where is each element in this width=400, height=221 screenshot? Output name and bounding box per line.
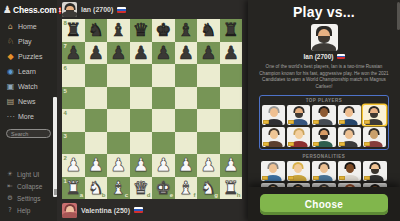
square-g1[interactable]: g♞	[197, 177, 220, 200]
square-e7[interactable]: ♟	[152, 42, 175, 65]
sidebar-item-news[interactable]: ▤News	[0, 94, 57, 109]
chesscom-logo[interactable]: ♟ Chess.com 1	[0, 3, 57, 19]
light-ui-icon: ☀	[6, 170, 14, 178]
bot-grid	[262, 105, 386, 147]
white-pawn[interactable]: ♟	[178, 156, 194, 174]
bot-avatar[interactable]	[363, 127, 386, 147]
sidebar-item-label: Home	[18, 23, 37, 30]
collapse-icon: ⇤	[6, 182, 14, 190]
crown-badge-icon	[313, 120, 319, 124]
square-b6[interactable]	[85, 64, 108, 87]
white-pawn[interactable]: ♟	[110, 156, 126, 174]
selected-bot-portrait	[311, 24, 338, 51]
sidebar-item-label: Play	[18, 38, 32, 45]
square-g8[interactable]: ♞	[197, 19, 220, 42]
square-c2[interactable]: ♟	[107, 154, 130, 177]
news-icon: ▤	[6, 97, 15, 106]
square-b2[interactable]: ♟	[85, 154, 108, 177]
square-b7[interactable]: ♟	[85, 42, 108, 65]
white-pawn[interactable]: ♟	[155, 156, 171, 174]
sidebar-item-label: Puzzles	[18, 53, 43, 60]
square-h1[interactable]: h♜	[220, 177, 243, 200]
notification-badge: 1	[59, 7, 62, 14]
square-c5[interactable]	[107, 87, 130, 110]
square-d4[interactable]	[130, 109, 153, 132]
bot-avatar[interactable]	[312, 161, 336, 181]
black-knight[interactable]: ♞	[88, 21, 104, 39]
square-c4[interactable]	[107, 109, 130, 132]
footer-item-label: Light UI	[17, 171, 39, 178]
square-g7[interactable]: ♟	[197, 42, 220, 65]
bot-avatar[interactable]	[338, 161, 362, 181]
square-f8[interactable]: ♝	[175, 19, 198, 42]
square-d3[interactable]	[130, 132, 153, 155]
sidebar-item-watch[interactable]: ▣Watch	[0, 79, 57, 94]
crown-badge-icon	[263, 120, 269, 124]
russia-flag-icon	[117, 7, 126, 13]
rank-label: 5	[64, 88, 67, 94]
rank-label: 4	[64, 110, 67, 116]
bot-avatar[interactable]	[262, 127, 285, 147]
crown-badge-icon	[288, 120, 294, 124]
square-h2[interactable]: ♟	[220, 154, 243, 177]
footer-item-light-ui[interactable]: ☀Light UI	[0, 168, 57, 180]
rank-label: 7	[64, 43, 67, 49]
square-a6[interactable]: 6	[62, 64, 85, 87]
black-pawn[interactable]: ♟	[223, 44, 239, 62]
square-c8[interactable]: ♝	[107, 19, 130, 42]
white-pawn[interactable]: ♟	[200, 156, 216, 174]
crown-badge-icon	[339, 176, 345, 180]
square-d8[interactable]: ♛	[130, 19, 153, 42]
file-label: f	[194, 192, 196, 198]
crown-badge-icon	[339, 120, 345, 124]
black-rook[interactable]: ♜	[65, 21, 81, 39]
file-label: d	[147, 192, 151, 198]
sidebar-spacer	[0, 138, 57, 168]
square-e6[interactable]	[152, 64, 175, 87]
sidebar-footer: ☀Light UI⇤Collapse⚙Settings?Help	[0, 168, 57, 221]
square-a3[interactable]: 3	[62, 132, 85, 155]
search-input[interactable]: Search	[6, 129, 51, 138]
sidebar: ♟ Chess.com 1 ⌂Home♘Play◆Puzzles◉Learn▣W…	[0, 0, 57, 221]
crown-badge-icon	[263, 142, 269, 146]
sidebar-menu: ⌂Home♘Play◆Puzzles◉Learn▣Watch▤News⋯More	[0, 19, 57, 124]
bot-avatar[interactable]	[262, 105, 285, 125]
bot-avatar-selected[interactable]	[363, 105, 386, 125]
black-bishop[interactable]: ♝	[110, 21, 126, 39]
sidebar-item-label: More	[18, 113, 34, 120]
panel-title: Play vs...	[248, 4, 400, 20]
pawn-logo-icon: ♟	[3, 5, 12, 15]
file-label: e	[170, 192, 173, 198]
russia-flag-icon	[134, 207, 143, 213]
square-a7[interactable]: 7♟	[62, 42, 85, 65]
help-icon: ?	[6, 206, 14, 214]
footer-item-label: Collapse	[17, 183, 42, 190]
black-king[interactable]: ♚	[155, 21, 171, 39]
sidebar-item-label: Watch	[18, 83, 38, 90]
square-g5[interactable]	[197, 87, 220, 110]
square-f1[interactable]: f♝	[175, 177, 198, 200]
square-b4[interactable]	[85, 109, 108, 132]
square-c7[interactable]: ♟	[107, 42, 130, 65]
sidebar-item-label: News	[18, 98, 36, 105]
bot-avatar[interactable]	[287, 127, 310, 147]
rank-label: 3	[64, 133, 67, 139]
selected-bot-name: Ian (2700)	[304, 53, 334, 60]
section-label: TOP PLAYERS	[262, 97, 386, 105]
black-pawn[interactable]: ♟	[178, 44, 194, 62]
file-label: c	[125, 192, 128, 198]
square-d1[interactable]: d♛	[130, 177, 153, 200]
crown-badge-icon	[364, 120, 370, 124]
opponent-bar: Ian (2700)	[62, 0, 242, 19]
square-g3[interactable]	[197, 132, 220, 155]
black-knight[interactable]: ♞	[200, 21, 216, 39]
board-column: Ian (2700) 8♜♞♝♛♚♝♞♜7♟♟♟♟♟♟♟♟65432♟♟♟♟♟♟…	[62, 0, 242, 221]
watch-icon: ▣	[6, 82, 15, 91]
rank-label: 2	[64, 155, 67, 161]
square-c1[interactable]: c♝	[107, 177, 130, 200]
square-b1[interactable]: b♞	[85, 177, 108, 200]
play-icon: ♘	[6, 37, 15, 46]
crown-badge-icon	[364, 142, 370, 146]
square-a8[interactable]: 8♜	[62, 19, 85, 42]
file-label: h	[237, 192, 241, 198]
white-bishop[interactable]: ♝	[178, 179, 194, 197]
square-e5[interactable]	[152, 87, 175, 110]
bot-avatar[interactable]	[287, 105, 310, 125]
black-pawn[interactable]: ♟	[133, 44, 149, 62]
square-h8[interactable]: ♜	[220, 19, 243, 42]
home-icon: ⌂	[6, 22, 15, 31]
square-b3[interactable]	[85, 132, 108, 155]
square-h5[interactable]	[220, 87, 243, 110]
square-a1[interactable]: 1a♜	[62, 177, 85, 200]
bot-section-top-players: TOP PLAYERS	[259, 95, 389, 150]
footer-item-settings[interactable]: ⚙Settings	[0, 192, 57, 204]
choose-button[interactable]: Choose	[260, 194, 388, 215]
crown-badge-icon	[364, 176, 370, 180]
square-g4[interactable]	[197, 109, 220, 132]
black-rook[interactable]: ♜	[223, 21, 239, 39]
square-f5[interactable]	[175, 87, 198, 110]
play-vs-panel: Play vs... Ian (2700) One of the world's…	[248, 0, 400, 221]
square-e2[interactable]: ♟	[152, 154, 175, 177]
sidebar-item-learn[interactable]: ◉Learn	[0, 64, 57, 79]
footer-item-label: Settings	[17, 195, 41, 202]
crown-badge-icon	[339, 142, 345, 146]
crown-badge-icon	[313, 142, 319, 146]
square-d6[interactable]	[130, 64, 153, 87]
crown-badge-icon	[313, 176, 319, 180]
square-g6[interactable]	[197, 64, 220, 87]
panel-bottom-bar: Choose	[248, 187, 400, 221]
sidebar-item-home[interactable]: ⌂Home	[0, 19, 57, 34]
black-bishop[interactable]: ♝	[178, 21, 194, 39]
white-pawn[interactable]: ♟	[65, 156, 81, 174]
bot-avatar[interactable]	[312, 105, 335, 125]
white-pawn[interactable]: ♟	[133, 156, 149, 174]
square-c3[interactable]	[107, 132, 130, 155]
sidebar-scrollbar[interactable]	[53, 97, 57, 197]
square-c6[interactable]	[107, 64, 130, 87]
square-a2[interactable]: 2♟	[62, 154, 85, 177]
square-f6[interactable]	[175, 64, 198, 87]
square-e1[interactable]: e♚	[152, 177, 175, 200]
black-pawn[interactable]: ♟	[88, 44, 104, 62]
crown-badge-icon	[288, 176, 294, 180]
bot-avatar[interactable]	[338, 127, 361, 147]
sidebar-item-label: Learn	[18, 68, 36, 75]
footer-item-help[interactable]: ?Help	[0, 204, 57, 216]
square-e4[interactable]	[152, 109, 175, 132]
black-pawn[interactable]: ♟	[110, 44, 126, 62]
rank-label: 1	[64, 178, 67, 184]
crown-badge-icon	[262, 176, 268, 180]
scrollbar-thumb[interactable]	[54, 189, 57, 195]
black-queen[interactable]: ♛	[133, 21, 149, 39]
sidebar-item-more[interactable]: ⋯More	[0, 109, 57, 124]
square-a4[interactable]: 4	[62, 109, 85, 132]
player-avatar[interactable]	[62, 203, 77, 218]
bot-avatar[interactable]	[287, 161, 311, 181]
square-h3[interactable]	[220, 132, 243, 155]
puzzles-icon: ◆	[6, 52, 15, 61]
square-e8[interactable]: ♚	[152, 19, 175, 42]
square-a5[interactable]: 5	[62, 87, 85, 110]
bot-avatar[interactable]	[312, 127, 335, 147]
rank-label: 6	[64, 65, 67, 71]
square-d5[interactable]	[130, 87, 153, 110]
selected-bot-name-row: Ian (2700)	[248, 53, 400, 60]
chess-board: 8♜♞♝♛♚♝♞♜7♟♟♟♟♟♟♟♟65432♟♟♟♟♟♟♟♟1a♜b♞c♝d♛…	[62, 19, 242, 199]
russia-flag-icon	[337, 54, 345, 59]
white-pawn[interactable]: ♟	[223, 156, 239, 174]
rank-label: 8	[64, 20, 67, 26]
square-e3[interactable]	[152, 132, 175, 155]
player-name: Valentina (250)	[81, 207, 130, 214]
app-window: ♟ Chess.com 1 ⌂Home♘Play◆Puzzles◉Learn▣W…	[0, 0, 400, 221]
footer-item-label: Help	[17, 207, 30, 214]
bot-avatar[interactable]	[261, 161, 285, 181]
square-f2[interactable]: ♟	[175, 154, 198, 177]
opponent-avatar[interactable]	[62, 2, 77, 17]
square-f7[interactable]: ♟	[175, 42, 198, 65]
square-d2[interactable]: ♟	[130, 154, 153, 177]
bot-avatar[interactable]	[338, 105, 361, 125]
black-pawn[interactable]: ♟	[155, 44, 171, 62]
black-pawn[interactable]: ♟	[200, 44, 216, 62]
square-f4[interactable]	[175, 109, 198, 132]
file-label: b	[102, 192, 106, 198]
footer-item-collapse[interactable]: ⇤Collapse	[0, 180, 57, 192]
square-d7[interactable]: ♟	[130, 42, 153, 65]
bot-description: One of the world's best players, Ian is …	[257, 64, 391, 91]
white-pawn[interactable]: ♟	[88, 156, 104, 174]
square-h6[interactable]	[220, 64, 243, 87]
square-b8[interactable]: ♞	[85, 19, 108, 42]
square-g2[interactable]: ♟	[197, 154, 220, 177]
player-bar: Valentina (250)	[62, 199, 242, 221]
square-f3[interactable]	[175, 132, 198, 155]
search-placeholder: Search	[11, 131, 28, 137]
square-b5[interactable]	[85, 87, 108, 110]
learn-icon: ◉	[6, 67, 15, 76]
black-pawn[interactable]: ♟	[65, 44, 81, 62]
bot-avatar[interactable]	[363, 161, 387, 181]
square-h7[interactable]: ♟	[220, 42, 243, 65]
settings-icon: ⚙	[6, 194, 14, 202]
logo-text: Chess.com	[13, 5, 57, 15]
square-h4[interactable]	[220, 109, 243, 132]
sidebar-item-puzzles[interactable]: ◆Puzzles	[0, 49, 57, 64]
opponent-name: Ian (2700)	[81, 6, 113, 13]
crown-badge-icon	[288, 142, 294, 146]
sidebar-item-play[interactable]: ♘Play	[0, 34, 57, 49]
file-label: g	[214, 192, 218, 198]
more-icon: ⋯	[6, 112, 15, 121]
file-label: a	[80, 192, 83, 198]
section-label: PERSONALITIES	[261, 153, 387, 161]
